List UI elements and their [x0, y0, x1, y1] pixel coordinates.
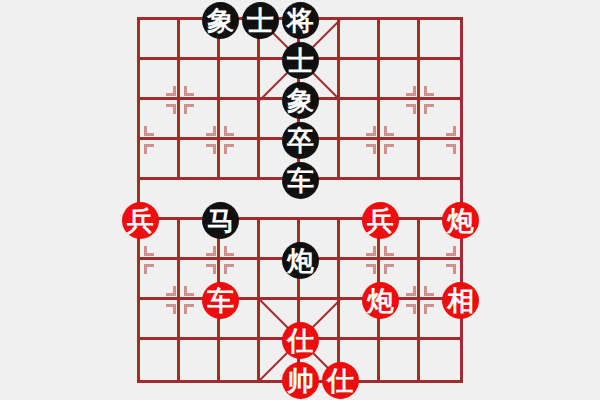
marker-corner: [384, 126, 394, 136]
marker-corner: [144, 126, 154, 136]
board-cell: [340, 60, 380, 100]
marker-corner: [206, 126, 216, 136]
marker-corner: [424, 304, 434, 314]
red-chariot[interactable]: 车: [202, 282, 239, 319]
marker-corner: [184, 304, 194, 314]
red-elephant[interactable]: 相: [442, 282, 479, 319]
black-elephant[interactable]: 象: [202, 2, 239, 39]
board-cell: [420, 20, 460, 60]
marker-corner: [446, 246, 456, 256]
red-cannon[interactable]: 炮: [362, 282, 399, 319]
red-advisor[interactable]: 仕: [282, 322, 319, 359]
marker-corner: [366, 264, 376, 274]
black-advisor[interactable]: 士: [242, 2, 279, 39]
black-cannon[interactable]: 炮: [282, 242, 319, 279]
board-cell: [420, 340, 460, 380]
red-cannon[interactable]: 炮: [442, 202, 479, 239]
board-cell: [380, 340, 420, 380]
black-advisor[interactable]: 士: [282, 42, 319, 79]
red-pawn[interactable]: 兵: [362, 202, 399, 239]
red-general[interactable]: 帅: [282, 362, 319, 399]
marker-corner: [384, 246, 394, 256]
black-pawn[interactable]: 卒: [282, 122, 319, 159]
marker-corner: [406, 86, 416, 96]
marker-corner: [206, 246, 216, 256]
marker-corner: [366, 126, 376, 136]
red-advisor[interactable]: 仕: [322, 362, 359, 399]
marker-corner: [206, 264, 216, 274]
marker-corner: [166, 86, 176, 96]
marker-corner: [144, 264, 154, 274]
board-cell: [340, 20, 380, 60]
xiangqi-board: 象士将士象卒车马炮兵兵炮车炮相仕帅仕: [137, 17, 463, 383]
marker-corner: [406, 304, 416, 314]
marker-corner: [184, 286, 194, 296]
marker-corner: [424, 286, 434, 296]
marker-corner: [424, 104, 434, 114]
board-cell: [380, 20, 420, 60]
marker-corner: [384, 264, 394, 274]
black-elephant[interactable]: 象: [282, 82, 319, 119]
red-pawn[interactable]: 兵: [122, 202, 159, 239]
marker-corner: [384, 144, 394, 154]
marker-corner: [446, 144, 456, 154]
black-horse[interactable]: 马: [202, 202, 239, 239]
marker-corner: [166, 104, 176, 114]
marker-corner: [406, 104, 416, 114]
marker-corner: [224, 246, 234, 256]
board-cell: [180, 340, 220, 380]
marker-corner: [206, 144, 216, 154]
marker-corner: [144, 246, 154, 256]
black-chariot[interactable]: 车: [282, 162, 319, 199]
marker-corner: [184, 104, 194, 114]
marker-corner: [166, 286, 176, 296]
marker-corner: [184, 86, 194, 96]
marker-corner: [406, 286, 416, 296]
marker-corner: [224, 264, 234, 274]
marker-corner: [366, 246, 376, 256]
marker-corner: [166, 304, 176, 314]
board-background: 象士将士象卒车马炮兵兵炮车炮相仕帅仕: [0, 0, 600, 400]
marker-corner: [224, 144, 234, 154]
board-cell: [140, 340, 180, 380]
marker-corner: [446, 264, 456, 274]
marker-corner: [144, 144, 154, 154]
black-general[interactable]: 将: [282, 2, 319, 39]
board-cell: [140, 20, 180, 60]
marker-corner: [366, 144, 376, 154]
marker-corner: [446, 126, 456, 136]
marker-corner: [424, 86, 434, 96]
board-cell: [220, 340, 260, 380]
board-cell: [220, 60, 260, 100]
marker-corner: [224, 126, 234, 136]
